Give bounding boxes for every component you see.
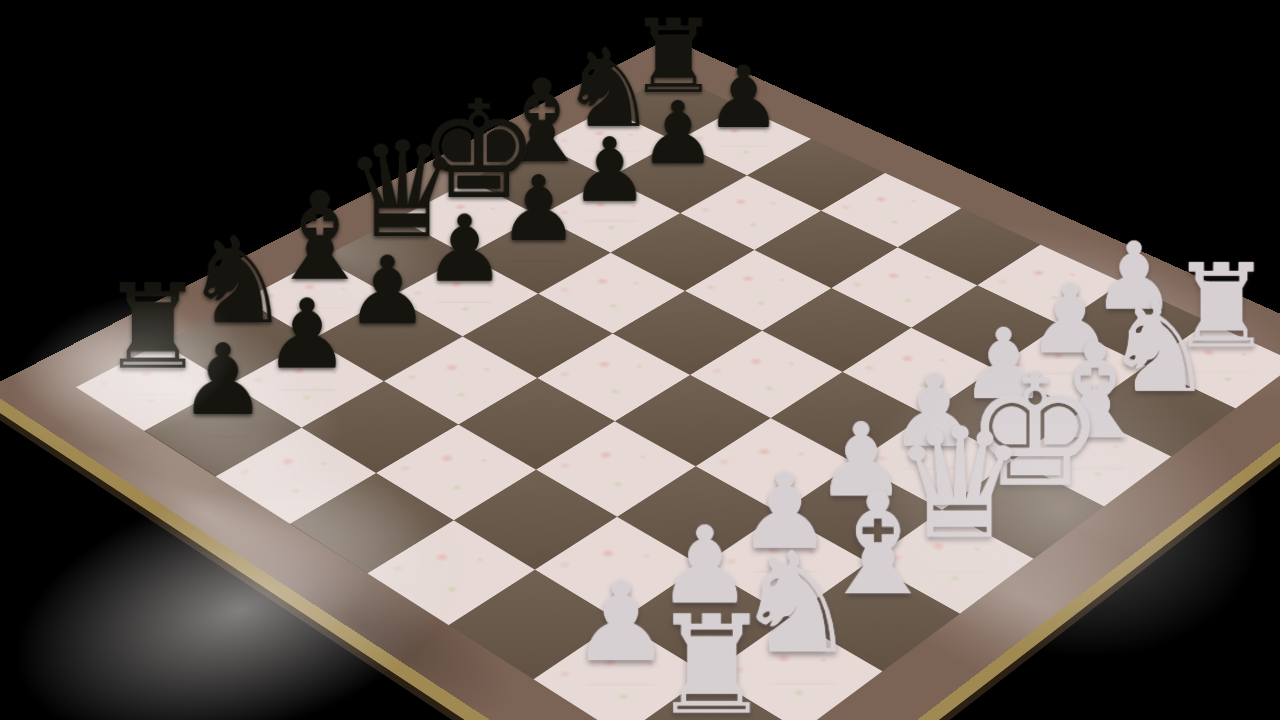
piece-white-rook-a1[interactable]: ♜ bbox=[649, 598, 775, 720]
chess-board: ♜♟♟♜♞♟♟♞♝♟♟♝♚♟♟♚♛♟♟♛♝♟♟♝♞♟♟♞♜♟♟♜ bbox=[0, 38, 1280, 720]
square-c6[interactable] bbox=[384, 337, 537, 425]
board-squares: ♜♟♟♜♞♟♟♞♝♟♟♝♚♟♟♚♛♟♟♛♝♟♟♝♞♟♟♞♜♟♟♜ bbox=[76, 75, 1280, 720]
square-a1[interactable]: ♜ bbox=[622, 675, 801, 720]
scene-background: ♜♟♟♜♞♟♟♞♝♟♟♝♚♟♟♚♛♟♟♛♝♟♟♝♞♟♟♞♜♟♟♜ bbox=[0, 0, 1280, 720]
piece-black-pawn-a7[interactable]: ♟ bbox=[168, 331, 279, 429]
